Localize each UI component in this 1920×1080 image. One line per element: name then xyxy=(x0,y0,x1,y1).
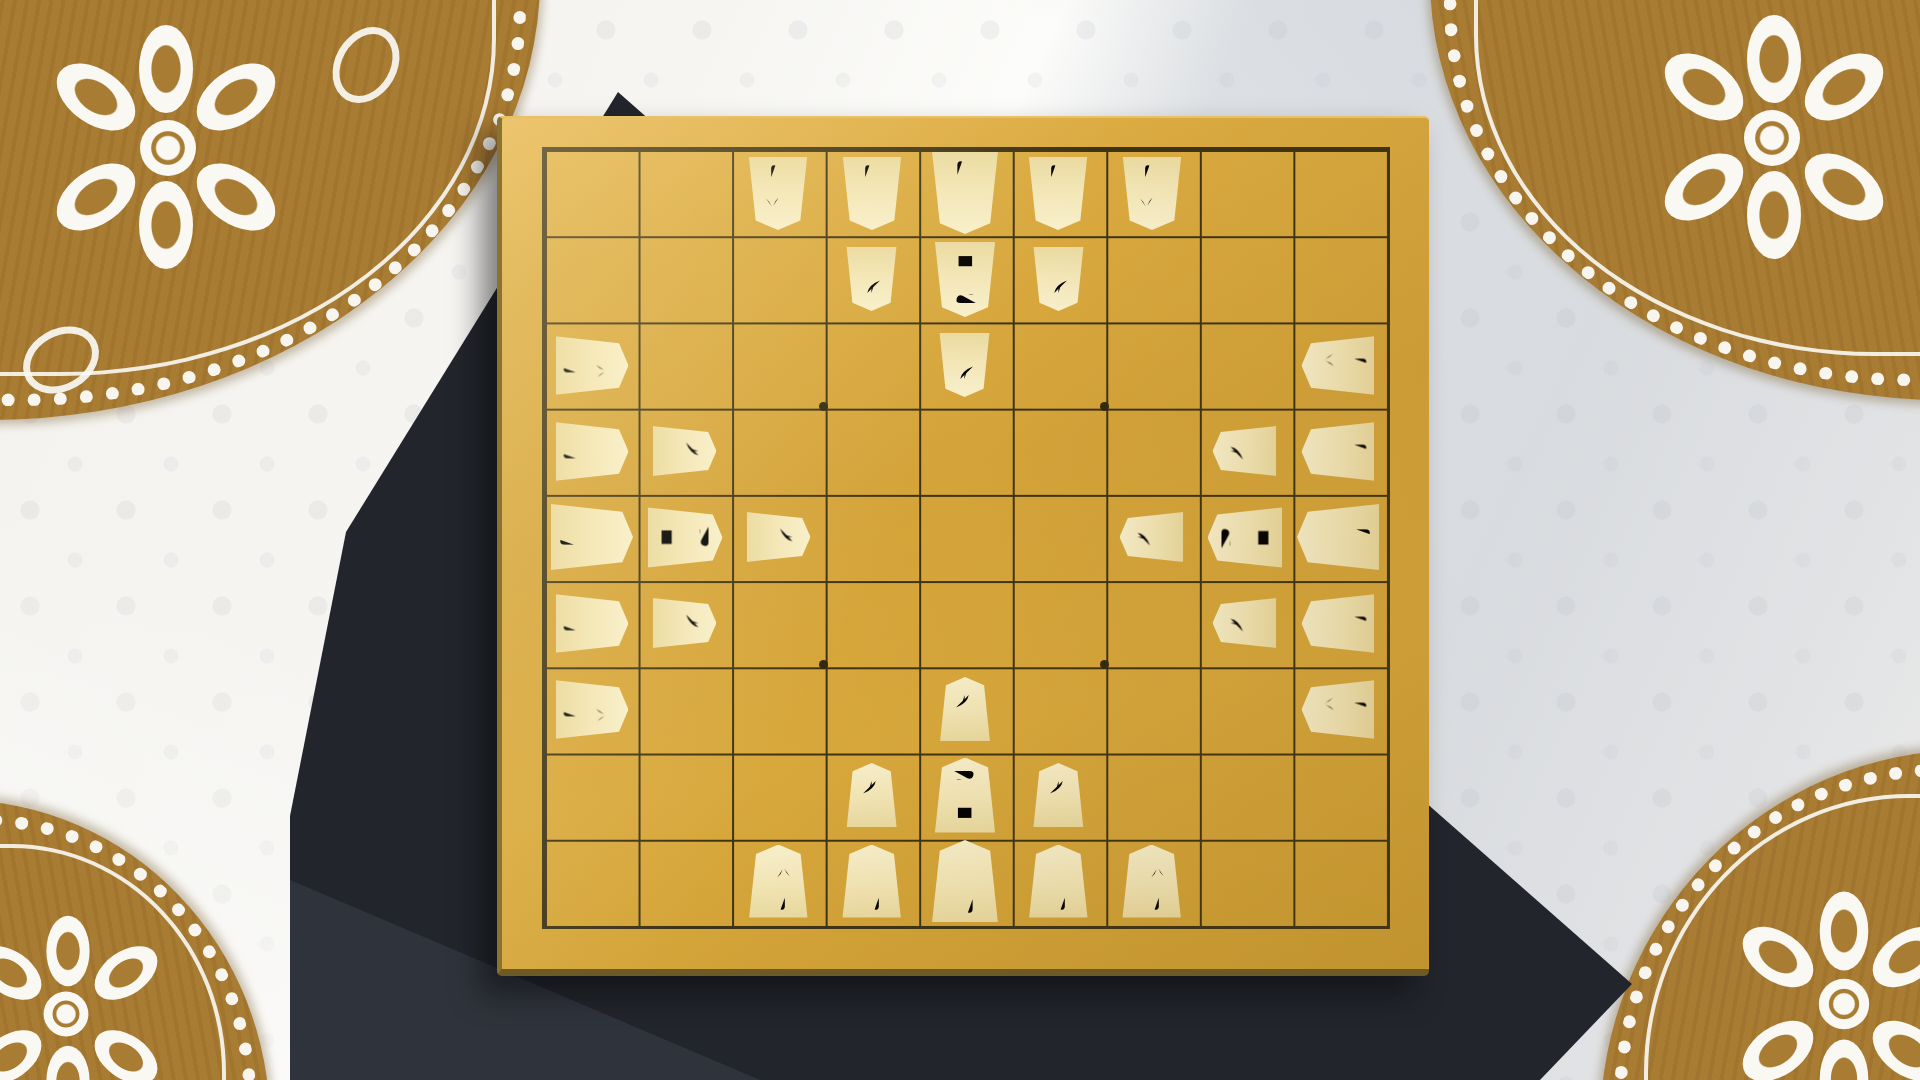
piece-silver-r7c9[interactable] xyxy=(1302,678,1375,740)
scene xyxy=(0,0,1920,1080)
star-point xyxy=(819,402,828,411)
piece-gold-r9c6[interactable] xyxy=(1027,845,1089,918)
kanji-王将 xyxy=(939,154,991,225)
piece-pawn-r5c7[interactable] xyxy=(1120,511,1184,564)
piece-pawn-r6c8[interactable] xyxy=(1213,597,1277,650)
piece-pawn-r5c3[interactable] xyxy=(746,511,810,564)
kanji-歩兵 xyxy=(1127,517,1182,556)
kanji-歩兵 xyxy=(1039,770,1078,825)
kanji-飛車 xyxy=(941,766,988,831)
kanji-飛車 xyxy=(1216,513,1281,560)
kanji-金将 xyxy=(849,158,895,221)
piece-pawn-r8c6[interactable] xyxy=(1032,763,1085,827)
piece-gold-r6c1[interactable] xyxy=(555,592,628,654)
kanji-銀将 xyxy=(755,158,801,221)
piece-gold-r9c4[interactable] xyxy=(841,845,903,918)
star-point xyxy=(1100,660,1109,669)
piece-king-r9c5[interactable] xyxy=(930,840,1000,922)
piece-gold-r1c6[interactable] xyxy=(1027,157,1089,230)
kanji-歩兵 xyxy=(1220,603,1275,642)
kanji-歩兵 xyxy=(852,770,891,825)
doily-petal xyxy=(139,25,193,113)
doily-petal xyxy=(46,916,89,986)
piece-pawn-r8c4[interactable] xyxy=(845,763,898,827)
star-point xyxy=(1100,402,1109,411)
piece-king-r5c9[interactable] xyxy=(1297,502,1379,572)
kanji-金将 xyxy=(1310,600,1373,646)
kanji-金将 xyxy=(849,853,895,916)
doily-flower-icon xyxy=(1819,979,1869,1029)
piece-gold-r6c9[interactable] xyxy=(1302,592,1375,654)
doily-petal xyxy=(139,181,193,269)
kanji-王将 xyxy=(1307,511,1378,563)
kanji-銀将 xyxy=(557,342,620,388)
piece-rook-r8c5[interactable] xyxy=(933,758,997,833)
piece-rook-r5c8[interactable] xyxy=(1207,505,1282,569)
piece-silver-r9c3[interactable] xyxy=(747,845,809,918)
doily-petal xyxy=(1747,15,1801,103)
piece-rook-r2c5[interactable] xyxy=(933,242,997,317)
shogi-board xyxy=(497,116,1429,976)
lace-doily-corner-bottom-left xyxy=(0,800,270,1080)
piece-pawn-r7c5[interactable] xyxy=(938,677,991,741)
kanji-銀将 xyxy=(1129,853,1175,916)
doily-flower-icon xyxy=(140,120,196,176)
kanji-銀将 xyxy=(1310,686,1373,732)
kanji-歩兵 xyxy=(1039,249,1078,304)
piece-silver-r3c9[interactable] xyxy=(1302,334,1375,396)
lace-doily-corner-top-right xyxy=(1430,0,1920,400)
kanji-飛車 xyxy=(649,513,714,560)
kanji-金将 xyxy=(557,428,620,474)
kanji-金将 xyxy=(1310,428,1373,474)
doily-flower-icon xyxy=(44,992,89,1037)
doily-flower-icon xyxy=(1744,110,1800,166)
piece-silver-r1c3[interactable] xyxy=(747,157,809,230)
star-point xyxy=(819,660,828,669)
kanji-金将 xyxy=(557,600,620,646)
piece-gold-r4c9[interactable] xyxy=(1302,420,1375,482)
piece-silver-r1c7[interactable] xyxy=(1121,157,1183,230)
kanji-歩兵 xyxy=(852,249,891,304)
kanji-銀将 xyxy=(1129,158,1175,221)
piece-rook-r5c2[interactable] xyxy=(647,505,722,569)
lace-doily-corner-bottom-right xyxy=(1600,750,1920,1080)
piece-pawn-r3c5[interactable] xyxy=(938,333,991,397)
piece-pawn-r6c2[interactable] xyxy=(653,597,717,650)
kanji-金将 xyxy=(1035,853,1081,916)
piece-king-r1c5[interactable] xyxy=(930,152,1000,234)
kanji-歩兵 xyxy=(1220,431,1275,470)
piece-silver-r9c7[interactable] xyxy=(1121,845,1183,918)
doily-petal xyxy=(1747,171,1801,259)
kanji-歩兵 xyxy=(945,335,984,390)
doily-blob xyxy=(1600,750,1920,1080)
piece-king-r5c1[interactable] xyxy=(551,502,633,572)
piece-gold-r1c4[interactable] xyxy=(841,157,903,230)
kanji-歩兵 xyxy=(945,684,984,739)
doily-petal xyxy=(1820,891,1869,970)
piece-pawn-r4c8[interactable] xyxy=(1213,425,1277,478)
piece-pawn-r4c2[interactable] xyxy=(653,425,717,478)
kanji-飛車 xyxy=(941,243,988,308)
kanji-歩兵 xyxy=(748,517,803,556)
kanji-金将 xyxy=(1035,158,1081,221)
kanji-銀将 xyxy=(755,853,801,916)
piece-silver-r7c1[interactable] xyxy=(555,678,628,740)
piece-pawn-r2c4[interactable] xyxy=(845,247,898,311)
kanji-歩兵 xyxy=(655,603,710,642)
kanji-歩兵 xyxy=(655,431,710,470)
piece-gold-r4c1[interactable] xyxy=(555,420,628,482)
piece-silver-r3c1[interactable] xyxy=(555,334,628,396)
kanji-銀将 xyxy=(1310,342,1373,388)
kanji-銀将 xyxy=(557,686,620,732)
kanji-王将 xyxy=(553,511,624,563)
kanji-王将 xyxy=(939,849,991,920)
piece-pawn-r2c6[interactable] xyxy=(1032,247,1085,311)
